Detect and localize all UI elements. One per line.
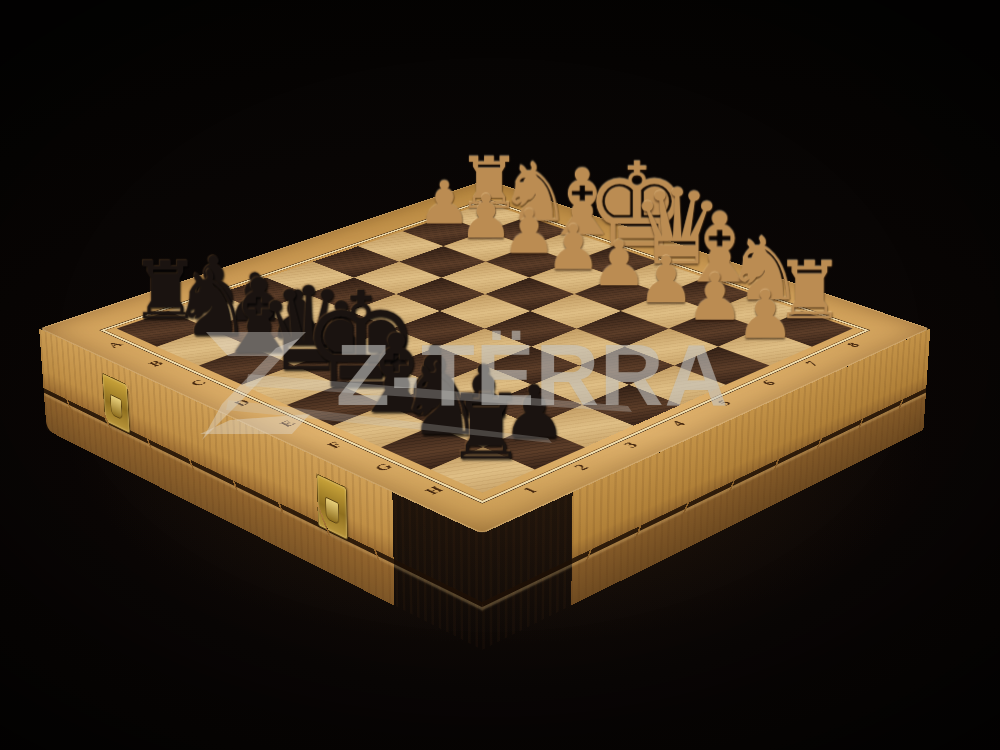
light-rook-a8: ♜ (457, 149, 515, 217)
square-b1: ♞ (157, 329, 251, 366)
file-label-H: H (415, 482, 455, 500)
rank-label-8: 8 (836, 338, 871, 352)
square-f1: ♝ (333, 405, 433, 447)
rank-label-3: 3 (612, 437, 650, 453)
brass-latch (102, 372, 131, 434)
light-pawn-a7: ♟ (415, 175, 474, 231)
chess-set-photo-scene: ♜♞♝♚♛♝♞♜♟♟♟♟♟♟♟♟♟♟♟♟♟♟♟♟♜♞♝♛♚♝♞♜ ABCDEFG… (0, 0, 1000, 750)
rank-label-6: 6 (751, 376, 787, 391)
light-queen-e8: ♛ (630, 178, 692, 277)
folding-chess-box: ♜♞♝♚♛♝♞♜♟♟♟♟♟♟♟♟♟♟♟♟♟♟♟♟♜♞♝♛♚♝♞♜ ABCDEFG… (47, 269, 924, 650)
file-label-A: A (98, 338, 133, 352)
rank-label-2: 2 (562, 459, 601, 476)
square-h3 (533, 405, 633, 447)
rank-label-4: 4 (660, 416, 698, 432)
rank-label-5: 5 (706, 395, 743, 410)
file-label-F: F (316, 437, 354, 453)
light-rook-h8: ♜ (774, 253, 839, 328)
brass-latch (316, 473, 348, 540)
file-label-D: D (224, 395, 261, 410)
file-label-G: G (365, 459, 404, 476)
perspective-container: ♜♞♝♚♛♝♞♜♟♟♟♟♟♟♟♟♟♟♟♟♟♟♟♟♜♞♝♛♚♝♞♜ ABCDEFG… (0, 0, 1000, 750)
file-label-C: C (181, 376, 217, 391)
rank-label-1: 1 (511, 482, 551, 500)
dark-pawn-a2: ♟ (181, 250, 245, 311)
rank-label-7: 7 (794, 357, 830, 371)
file-label-E: E (269, 416, 307, 432)
file-label-B: B (139, 357, 175, 371)
